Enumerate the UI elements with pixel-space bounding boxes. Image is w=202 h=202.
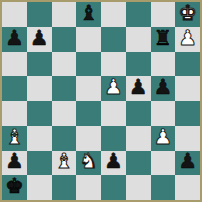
piece-black-pawn[interactable]: ♟ — [104, 151, 123, 172]
chess-board: ♝♚♟♟♜♟♟♟♟♝♟♟♝♞♟♟♚ — [2, 2, 200, 200]
square-g1[interactable] — [151, 175, 176, 200]
square-f6[interactable] — [126, 52, 151, 77]
square-b4[interactable] — [27, 101, 52, 126]
square-g5[interactable]: ♟ — [151, 76, 176, 101]
square-d6[interactable] — [76, 52, 101, 77]
square-c5[interactable] — [52, 76, 77, 101]
square-e3[interactable] — [101, 126, 126, 151]
square-a7[interactable]: ♟ — [2, 27, 27, 52]
square-g6[interactable] — [151, 52, 176, 77]
square-g4[interactable] — [151, 101, 176, 126]
square-g7[interactable]: ♜ — [151, 27, 176, 52]
square-b5[interactable] — [27, 76, 52, 101]
piece-white-bishop[interactable]: ♝ — [54, 151, 73, 172]
square-c8[interactable] — [52, 2, 77, 27]
piece-white-king[interactable]: ♚ — [178, 3, 197, 24]
square-e7[interactable] — [101, 27, 126, 52]
square-d8[interactable]: ♝ — [76, 2, 101, 27]
square-h5[interactable] — [175, 76, 200, 101]
square-g8[interactable] — [151, 2, 176, 27]
piece-black-pawn[interactable]: ♟ — [30, 28, 49, 49]
square-f3[interactable] — [126, 126, 151, 151]
square-e4[interactable] — [101, 101, 126, 126]
piece-black-pawn[interactable]: ♟ — [153, 77, 172, 98]
square-e2[interactable]: ♟ — [101, 151, 126, 176]
square-c7[interactable] — [52, 27, 77, 52]
square-a5[interactable] — [2, 76, 27, 101]
square-a4[interactable] — [2, 101, 27, 126]
square-d2[interactable]: ♞ — [76, 151, 101, 176]
square-b6[interactable] — [27, 52, 52, 77]
board-frame: ♝♚♟♟♜♟♟♟♟♝♟♟♝♞♟♟♚ — [0, 0, 202, 202]
square-a3[interactable]: ♝ — [2, 126, 27, 151]
square-f2[interactable] — [126, 151, 151, 176]
square-e8[interactable] — [101, 2, 126, 27]
square-b3[interactable] — [27, 126, 52, 151]
square-d1[interactable] — [76, 175, 101, 200]
piece-black-pawn[interactable]: ♟ — [129, 77, 148, 98]
square-h3[interactable] — [175, 126, 200, 151]
piece-black-pawn[interactable]: ♟ — [178, 151, 197, 172]
square-h8[interactable]: ♚ — [175, 2, 200, 27]
square-e1[interactable] — [101, 175, 126, 200]
square-h2[interactable]: ♟ — [175, 151, 200, 176]
square-g3[interactable]: ♟ — [151, 126, 176, 151]
piece-black-pawn[interactable]: ♟ — [5, 28, 24, 49]
square-d4[interactable] — [76, 101, 101, 126]
square-e5[interactable]: ♟ — [101, 76, 126, 101]
piece-white-pawn[interactable]: ♟ — [178, 28, 197, 49]
square-b7[interactable]: ♟ — [27, 27, 52, 52]
square-a8[interactable] — [2, 2, 27, 27]
square-f5[interactable]: ♟ — [126, 76, 151, 101]
square-a2[interactable]: ♟ — [2, 151, 27, 176]
piece-black-rook[interactable]: ♜ — [153, 28, 172, 49]
piece-black-bishop[interactable]: ♝ — [79, 3, 98, 24]
square-h4[interactable] — [175, 101, 200, 126]
square-d7[interactable] — [76, 27, 101, 52]
square-b8[interactable] — [27, 2, 52, 27]
piece-white-bishop[interactable]: ♝ — [5, 127, 24, 148]
square-c3[interactable] — [52, 126, 77, 151]
square-d3[interactable] — [76, 126, 101, 151]
square-h6[interactable] — [175, 52, 200, 77]
square-f1[interactable] — [126, 175, 151, 200]
square-a6[interactable] — [2, 52, 27, 77]
square-h1[interactable] — [175, 175, 200, 200]
square-h7[interactable]: ♟ — [175, 27, 200, 52]
square-c4[interactable] — [52, 101, 77, 126]
square-c1[interactable] — [52, 175, 77, 200]
square-f7[interactable] — [126, 27, 151, 52]
piece-white-pawn[interactable]: ♟ — [153, 127, 172, 148]
square-f8[interactable] — [126, 2, 151, 27]
square-f4[interactable] — [126, 101, 151, 126]
square-g2[interactable] — [151, 151, 176, 176]
piece-black-pawn[interactable]: ♟ — [5, 151, 24, 172]
square-b2[interactable] — [27, 151, 52, 176]
piece-white-knight[interactable]: ♞ — [79, 151, 98, 172]
square-a1[interactable]: ♚ — [2, 175, 27, 200]
square-c6[interactable] — [52, 52, 77, 77]
square-b1[interactable] — [27, 175, 52, 200]
square-c2[interactable]: ♝ — [52, 151, 77, 176]
square-e6[interactable] — [101, 52, 126, 77]
piece-white-pawn[interactable]: ♟ — [104, 77, 123, 98]
square-d5[interactable] — [76, 76, 101, 101]
piece-black-king[interactable]: ♚ — [5, 176, 24, 197]
